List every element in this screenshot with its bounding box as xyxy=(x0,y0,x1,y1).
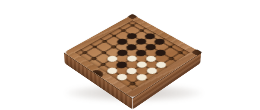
corner-notch-back xyxy=(127,14,137,20)
white-disc: ● xyxy=(104,65,121,76)
product-photo: ●●●●●●●●●●●●●●●●●●●●● xyxy=(0,0,260,110)
white-disc: ● xyxy=(134,71,151,82)
peg-hole xyxy=(120,29,126,32)
peg-hole xyxy=(82,51,88,55)
grid-cell: ● xyxy=(123,64,143,76)
peg-hole xyxy=(111,34,117,38)
white-disc: ● xyxy=(154,59,171,70)
grid-cell xyxy=(162,53,181,65)
grid-cell: ● xyxy=(123,53,142,65)
grid-cell xyxy=(122,77,142,90)
peg-hole xyxy=(168,56,174,60)
peg-hole xyxy=(139,29,145,32)
peg-hole xyxy=(129,81,136,85)
peg-hole xyxy=(111,45,117,49)
grid-cell: ● xyxy=(113,58,133,70)
grid-cell: ● xyxy=(103,53,122,65)
peg-hole xyxy=(177,51,183,55)
grid-cell: ● xyxy=(142,64,162,76)
grid-cell xyxy=(93,58,113,70)
white-disc: ● xyxy=(105,53,122,63)
board-scene: ●●●●●●●●●●●●●●●●●●●●● xyxy=(0,0,260,110)
grid-cell: ● xyxy=(112,71,132,84)
grid-cell: ● xyxy=(133,71,153,84)
grid-cell: ● xyxy=(152,58,172,70)
peg-hole xyxy=(129,24,135,27)
peg-hole xyxy=(101,51,107,55)
game-board: ●●●●●●●●●●●●●●●●●●●●● xyxy=(64,14,201,98)
white-disc: ● xyxy=(144,53,161,63)
peg-hole xyxy=(101,39,107,43)
black-disc: ● xyxy=(115,59,132,70)
grid-cell: ● xyxy=(133,58,153,70)
white-disc: ● xyxy=(124,65,141,76)
peg-hole xyxy=(91,56,97,60)
white-disc: ● xyxy=(114,71,131,82)
peg-hole xyxy=(167,45,173,49)
peg-hole xyxy=(100,62,107,66)
grid-cell: ● xyxy=(142,53,161,65)
white-disc: ● xyxy=(134,59,151,70)
white-disc: ● xyxy=(144,65,161,76)
grid-cell: ● xyxy=(103,64,123,76)
white-disc: ● xyxy=(124,53,141,63)
grid-cell xyxy=(84,53,103,65)
peg-hole xyxy=(92,45,98,49)
